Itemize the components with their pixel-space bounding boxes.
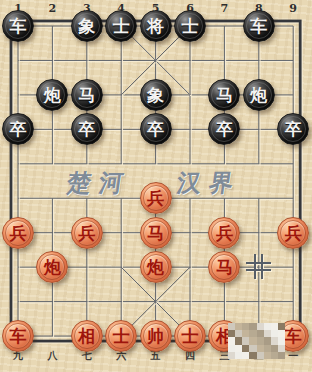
piece-black-general[interactable]: 将	[140, 10, 172, 42]
piece-black-cannon[interactable]: 炮	[243, 79, 275, 111]
piece-black-cannon[interactable]: 炮	[36, 79, 68, 111]
piece-red-general[interactable]: 帅	[140, 320, 172, 352]
piece-black-soldier[interactable]: 卒	[208, 113, 240, 145]
piece-black-elephant[interactable]: 象	[140, 79, 172, 111]
piece-red-horse[interactable]: 马	[208, 251, 240, 283]
piece-red-chariot[interactable]: 车	[2, 320, 34, 352]
piece-black-chariot[interactable]: 车	[243, 10, 275, 42]
piece-red-cannon[interactable]: 炮	[140, 251, 172, 283]
xiangqi-board-screen: 123456789九八七六五四三二一 楚河 汉界 车象士将士车炮马象马炮卒卒卒卒…	[0, 0, 312, 372]
last-move-marker	[244, 252, 274, 282]
piece-black-soldier[interactable]: 卒	[71, 113, 103, 145]
piece-red-horse[interactable]: 马	[140, 217, 172, 249]
piece-black-soldier[interactable]: 卒	[140, 113, 172, 145]
piece-black-horse[interactable]: 马	[208, 79, 240, 111]
censored-watermark-patch	[228, 323, 285, 359]
piece-red-soldier[interactable]: 兵	[71, 217, 103, 249]
piece-black-soldier[interactable]: 卒	[277, 113, 309, 145]
piece-red-advisor[interactable]: 士	[174, 320, 206, 352]
piece-red-elephant[interactable]: 相	[71, 320, 103, 352]
piece-black-chariot[interactable]: 车	[2, 10, 34, 42]
piece-red-soldier[interactable]: 兵	[2, 217, 34, 249]
river-text-left: 楚河	[65, 167, 133, 199]
top-file-label: 7	[221, 2, 229, 15]
piece-red-soldier[interactable]: 兵	[277, 217, 309, 249]
piece-black-advisor[interactable]: 士	[174, 10, 206, 42]
top-file-label: 2	[49, 2, 57, 15]
piece-red-soldier[interactable]: 兵	[208, 217, 240, 249]
piece-black-elephant[interactable]: 象	[71, 10, 103, 42]
piece-red-advisor[interactable]: 士	[105, 320, 137, 352]
piece-black-horse[interactable]: 马	[71, 79, 103, 111]
top-file-label: 9	[289, 2, 297, 15]
piece-black-soldier[interactable]: 卒	[2, 113, 34, 145]
river-text-right: 汉界	[175, 167, 243, 199]
piece-black-advisor[interactable]: 士	[105, 10, 137, 42]
piece-red-cannon[interactable]: 炮	[36, 251, 68, 283]
bottom-file-label: 八	[47, 349, 57, 363]
piece-red-soldier[interactable]: 兵	[140, 182, 172, 214]
